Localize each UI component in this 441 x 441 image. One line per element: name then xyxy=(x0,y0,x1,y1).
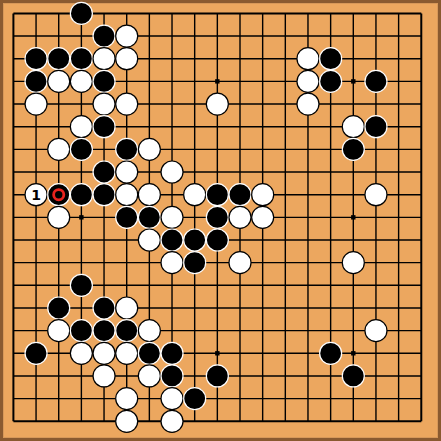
white-stone xyxy=(48,70,70,92)
star-point xyxy=(351,215,355,219)
white-stone xyxy=(48,138,70,160)
white-stone xyxy=(48,320,70,342)
white-stone xyxy=(48,206,70,228)
black-stone xyxy=(206,206,228,228)
black-stone xyxy=(70,320,92,342)
black-stone xyxy=(93,25,115,47)
black-stone xyxy=(70,2,92,24)
move-number-label: 1 xyxy=(31,187,41,203)
white-stone xyxy=(342,116,364,138)
black-stone xyxy=(184,229,206,251)
white-stone xyxy=(138,138,160,160)
white-stone xyxy=(229,252,251,274)
white-stone xyxy=(342,252,364,274)
black-stone xyxy=(184,388,206,410)
white-stone xyxy=(252,206,274,228)
white-stone xyxy=(116,48,138,70)
white-stone xyxy=(161,161,183,183)
black-stone xyxy=(320,70,342,92)
black-stone xyxy=(206,184,228,206)
star-point xyxy=(351,79,355,83)
white-stone xyxy=(93,93,115,115)
black-stone xyxy=(116,320,138,342)
white-stone xyxy=(116,297,138,319)
white-stone xyxy=(116,410,138,432)
black-stone xyxy=(93,297,115,319)
black-stone xyxy=(206,365,228,387)
white-stone xyxy=(161,410,183,432)
white-stone xyxy=(93,365,115,387)
star-point xyxy=(215,351,219,355)
black-stone xyxy=(342,138,364,160)
white-stone xyxy=(116,184,138,206)
black-stone xyxy=(25,48,47,70)
star-point xyxy=(351,351,355,355)
black-stone xyxy=(342,365,364,387)
white-stone xyxy=(116,161,138,183)
white-stone xyxy=(138,184,160,206)
white-stone xyxy=(70,116,92,138)
black-stone xyxy=(116,206,138,228)
black-stone xyxy=(93,116,115,138)
white-stone xyxy=(25,93,47,115)
black-stone xyxy=(116,138,138,160)
white-stone xyxy=(365,184,387,206)
black-stone xyxy=(229,184,251,206)
white-stone xyxy=(297,70,319,92)
black-stone xyxy=(48,184,70,206)
black-stone xyxy=(161,365,183,387)
white-stone xyxy=(161,252,183,274)
white-stone xyxy=(93,48,115,70)
white-stone xyxy=(297,93,319,115)
black-stone xyxy=(161,342,183,364)
white-stone xyxy=(116,93,138,115)
white-stone xyxy=(116,388,138,410)
black-stone xyxy=(206,229,228,251)
white-stone xyxy=(116,342,138,364)
black-stone xyxy=(320,342,342,364)
black-stone xyxy=(365,116,387,138)
go-board-diagram: 1 xyxy=(0,0,441,441)
black-stone xyxy=(93,320,115,342)
white-stone xyxy=(206,93,228,115)
white-stone xyxy=(365,320,387,342)
black-stone xyxy=(70,184,92,206)
star-point xyxy=(215,79,219,83)
white-stone xyxy=(297,48,319,70)
black-stone xyxy=(365,70,387,92)
white-stone xyxy=(252,184,274,206)
black-stone xyxy=(70,138,92,160)
black-stone xyxy=(93,184,115,206)
white-stone xyxy=(138,320,160,342)
black-stone xyxy=(161,229,183,251)
black-stone xyxy=(93,161,115,183)
black-stone xyxy=(138,206,160,228)
white-stone xyxy=(229,206,251,228)
white-stone xyxy=(161,388,183,410)
black-stone xyxy=(70,48,92,70)
white-stone xyxy=(70,70,92,92)
white-stone xyxy=(93,342,115,364)
black-stone xyxy=(184,252,206,274)
black-stone xyxy=(320,48,342,70)
black-stone xyxy=(25,342,47,364)
black-stone xyxy=(48,297,70,319)
black-stone xyxy=(138,342,160,364)
black-stone xyxy=(70,274,92,296)
white-stone xyxy=(70,342,92,364)
black-stone xyxy=(48,48,70,70)
white-stone xyxy=(184,184,206,206)
white-stone xyxy=(161,206,183,228)
white-stone xyxy=(116,25,138,47)
black-stone xyxy=(25,70,47,92)
star-point xyxy=(79,215,83,219)
white-stone xyxy=(138,365,160,387)
black-stone xyxy=(93,70,115,92)
white-stone xyxy=(138,229,160,251)
go-board[interactable]: 1 xyxy=(0,0,441,441)
